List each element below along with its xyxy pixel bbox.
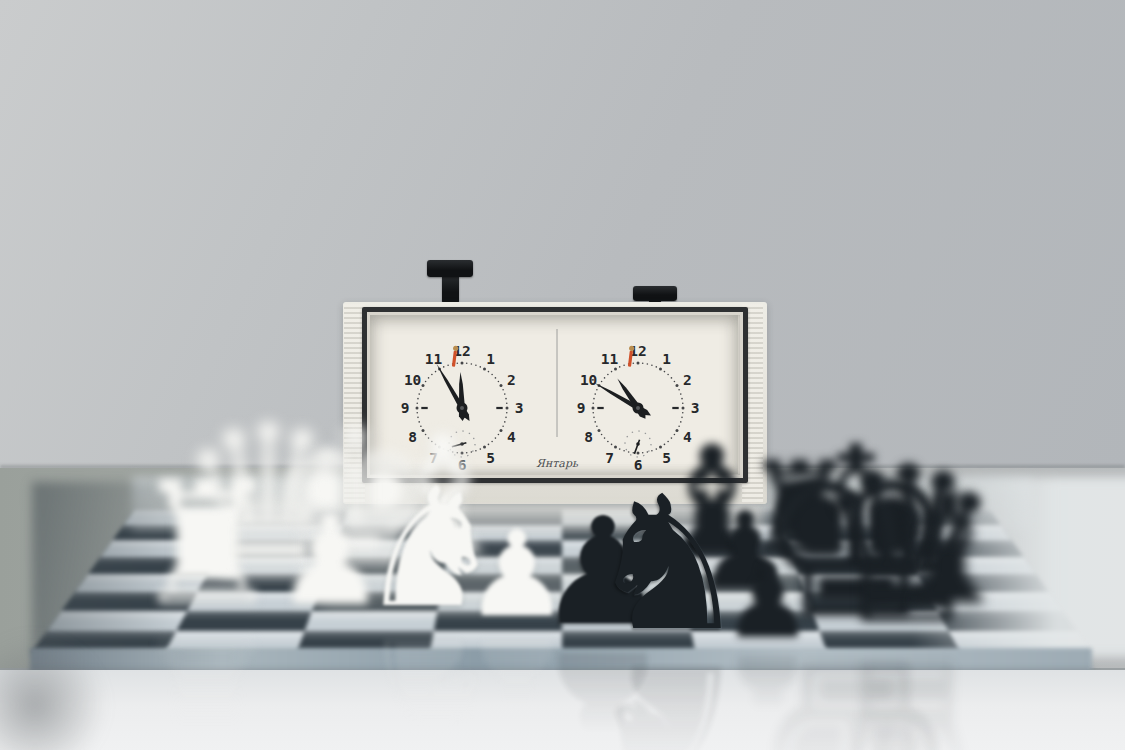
photo-scene: 123456789101112 123456789101112 Янтарь ♛…: [0, 0, 1125, 750]
piece-reflection: ♟: [718, 642, 818, 742]
piece-reflection: ♜: [122, 612, 292, 750]
piece-reflection: ♛: [801, 631, 1016, 750]
clock-brand: Янтарь: [536, 457, 579, 470]
svg-text:11: 11: [425, 351, 443, 367]
clock-left-button[interactable]: [427, 260, 473, 277]
piece-glyph: ♟: [718, 552, 818, 652]
piece-glyph: ♜: [122, 459, 292, 629]
black-bishop[interactable]: ♝: [871, 471, 1026, 626]
foreground-shadow: [0, 635, 105, 750]
svg-text:2: 2: [507, 372, 516, 388]
svg-text:1: 1: [486, 351, 495, 367]
svg-text:10: 10: [580, 372, 597, 388]
svg-text:8: 8: [584, 429, 593, 445]
clock-left-button-stem: [442, 274, 459, 304]
white-rook[interactable]: ♜♜: [122, 459, 292, 629]
clock-right-button[interactable]: [633, 286, 677, 301]
svg-text:2: 2: [683, 372, 692, 388]
svg-text:9: 9: [577, 400, 586, 416]
svg-text:10: 10: [404, 372, 421, 388]
black-pawn[interactable]: ♟♟: [718, 552, 818, 652]
piece-glyph: ♝: [871, 471, 1026, 626]
svg-text:1: 1: [662, 351, 671, 367]
svg-text:11: 11: [601, 351, 619, 367]
